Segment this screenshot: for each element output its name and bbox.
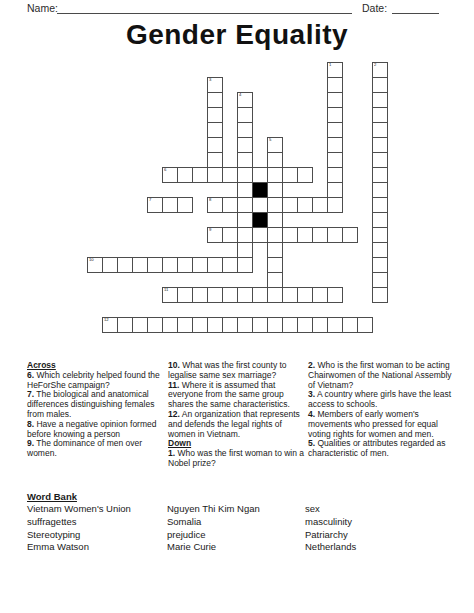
black-cell — [252, 212, 268, 228]
clue: 2. Who is the first woman to be acting C… — [308, 361, 461, 390]
grid-cell[interactable] — [297, 227, 313, 243]
grid-cell[interactable] — [372, 167, 388, 183]
grid-cell[interactable] — [282, 227, 298, 243]
grid-cell[interactable] — [267, 182, 283, 198]
grid-cell[interactable]: 3 — [207, 77, 223, 93]
grid-cell[interactable] — [267, 257, 283, 273]
clue-number: 6 — [164, 168, 166, 172]
word-bank-item: sex — [305, 503, 356, 516]
grid-cell[interactable] — [237, 242, 253, 258]
word-bank-column: sexmasculinityPatriarchyNetherlands — [305, 503, 356, 554]
grid-cell[interactable] — [237, 212, 253, 228]
grid-cell[interactable]: 8 — [207, 197, 223, 213]
clue-number-label: 7. — [27, 389, 34, 399]
grid-cell[interactable] — [237, 257, 253, 273]
grid-cell[interactable] — [102, 257, 118, 273]
grid-cell[interactable] — [297, 287, 313, 303]
grid-cell[interactable] — [282, 317, 298, 333]
date-label: Date: — [362, 2, 387, 14]
word-bank-item: Netherlands — [305, 541, 356, 554]
grid-cell[interactable] — [267, 167, 283, 183]
grid-cell[interactable] — [372, 152, 388, 168]
grid-cell[interactable] — [297, 317, 313, 333]
grid-cell[interactable] — [237, 152, 253, 168]
clue-number: 3 — [209, 78, 211, 82]
clue: 7. The biological and anatomical differe… — [27, 390, 165, 419]
grid-cell[interactable]: 2 — [372, 62, 388, 78]
black-cell — [252, 182, 268, 198]
clue-number: 1 — [329, 63, 331, 67]
grid-cell[interactable] — [252, 197, 268, 213]
grid-cell[interactable] — [267, 197, 283, 213]
grid-cell[interactable] — [372, 77, 388, 93]
grid-cell[interactable] — [177, 167, 193, 183]
grid-cell[interactable] — [252, 317, 268, 333]
grid-cell[interactable] — [312, 287, 328, 303]
grid-cell[interactable] — [222, 197, 238, 213]
grid-cell[interactable] — [252, 227, 268, 243]
grid-cell[interactable] — [372, 107, 388, 123]
grid-cell[interactable] — [177, 287, 193, 303]
grid-cell[interactable] — [207, 257, 223, 273]
grid-cell[interactable] — [327, 137, 343, 153]
grid-cell[interactable] — [327, 107, 343, 123]
clues-column-down: 2. Who is the first woman to be acting C… — [308, 361, 461, 459]
word-bank-item: Patriarchy — [305, 529, 356, 542]
grid-cell[interactable] — [297, 197, 313, 213]
grid-cell[interactable] — [372, 92, 388, 108]
grid-cell[interactable] — [252, 287, 268, 303]
grid-cell[interactable] — [327, 167, 343, 183]
clue-number-label: 10. — [168, 360, 180, 370]
clue-number: 10 — [89, 258, 94, 262]
clue-number: 7 — [149, 198, 151, 202]
grid-cell[interactable] — [237, 107, 253, 123]
grid-cell[interactable]: 6 — [162, 167, 178, 183]
grid-cell[interactable] — [372, 197, 388, 213]
word-bank-item: Somalia — [167, 516, 260, 529]
grid-cell[interactable] — [372, 122, 388, 138]
grid-cell[interactable] — [222, 227, 238, 243]
grid-cell[interactable] — [132, 317, 148, 333]
grid-cell[interactable] — [237, 182, 253, 198]
grid-cell[interactable] — [192, 287, 208, 303]
clue: 11. Where it is assumed that everyone fr… — [168, 381, 311, 410]
grid-cell[interactable] — [162, 197, 178, 213]
clue-number-label: 12. — [168, 409, 180, 419]
grid-cell[interactable] — [327, 122, 343, 138]
grid-cell[interactable]: 7 — [147, 197, 163, 213]
clue-number: 8 — [209, 198, 211, 202]
grid-cell[interactable] — [372, 182, 388, 198]
grid-cell[interactable] — [237, 137, 253, 153]
grid-cell[interactable]: 10 — [87, 257, 103, 273]
grid-cell[interactable]: 12 — [102, 317, 118, 333]
grid-cell[interactable] — [222, 257, 238, 273]
word-bank-item: Emma Watson — [27, 541, 131, 554]
grid-cell[interactable] — [282, 287, 298, 303]
clue-number-label: 5. — [308, 438, 315, 448]
clue-number-label: 6. — [27, 370, 34, 380]
clue-number-label: 2. — [308, 360, 315, 370]
grid-cell[interactable]: 5 — [267, 137, 283, 153]
grid-cell[interactable] — [327, 92, 343, 108]
grid-cell[interactable] — [327, 227, 343, 243]
grid-cell[interactable] — [372, 287, 388, 303]
grid-cell[interactable] — [312, 197, 328, 213]
grid-cell[interactable] — [192, 167, 208, 183]
word-bank-heading: Word Bank — [27, 491, 77, 502]
grid-cell[interactable] — [372, 227, 388, 243]
clue: 4. Members of early women's movements wh… — [308, 410, 461, 439]
grid-cell[interactable] — [282, 197, 298, 213]
clue-number: 4 — [239, 93, 241, 97]
grid-cell[interactable] — [372, 137, 388, 153]
word-bank-item: Stereotyping — [27, 529, 131, 542]
grid-cell[interactable] — [177, 317, 193, 333]
grid-cell[interactable] — [252, 167, 268, 183]
grid-cell[interactable] — [132, 257, 148, 273]
grid-cell[interactable] — [207, 317, 223, 333]
word-bank-item: Vietnam Women's Union — [27, 503, 131, 516]
word-bank-item: Nguyen Thi Kim Ngan — [167, 503, 260, 516]
grid-cell[interactable] — [267, 287, 283, 303]
grid-cell[interactable] — [207, 92, 223, 108]
name-label: Name: — [27, 2, 58, 14]
name-blank-line[interactable] — [57, 1, 352, 14]
word-bank-column: Vietnam Women's UnionsuffragettesStereot… — [27, 503, 131, 554]
grid-cell[interactable] — [327, 77, 343, 93]
grid-cell[interactable] — [342, 227, 358, 243]
grid-cell[interactable] — [207, 152, 223, 168]
grid-cell[interactable] — [327, 182, 343, 198]
clue: 8. Have a negative opinion formed before… — [27, 420, 165, 440]
clue-number-label: 4. — [308, 409, 315, 419]
page-title: Gender Equality — [0, 19, 474, 51]
clue-number-label: 11. — [168, 380, 179, 390]
clue-number: 9 — [209, 228, 211, 232]
grid-cell[interactable] — [207, 137, 223, 153]
grid-cell[interactable] — [177, 197, 193, 213]
clue-number-label: 1. — [168, 448, 175, 458]
clue-number-label: 9. — [27, 438, 34, 448]
grid-cell[interactable] — [267, 317, 283, 333]
grid-cell[interactable] — [267, 242, 283, 258]
grid-cell[interactable] — [177, 257, 193, 273]
clue: 1. Who was the first woman to win a Nobe… — [168, 449, 311, 469]
grid-cell[interactable] — [372, 257, 388, 273]
clue-number: 5 — [269, 138, 271, 142]
grid-cell[interactable] — [237, 287, 253, 303]
clue-number: 12 — [104, 318, 109, 322]
grid-cell[interactable] — [327, 152, 343, 168]
grid-cell[interactable] — [357, 317, 373, 333]
grid-cell[interactable]: 11 — [162, 287, 178, 303]
grid-cell[interactable]: 9 — [207, 227, 223, 243]
grid-cell[interactable] — [267, 152, 283, 168]
word-bank-item: prejudice — [167, 529, 260, 542]
word-bank-item: Marie Curie — [167, 541, 260, 554]
word-bank-item: masculinity — [305, 516, 356, 529]
grid-cell[interactable] — [282, 167, 298, 183]
word-bank-column: Nguyen Thi Kim NganSomaliaprejudiceMarie… — [167, 503, 260, 554]
grid-cell[interactable]: 4 — [237, 92, 253, 108]
clue-number: 2 — [374, 63, 376, 67]
grid-cell[interactable] — [327, 197, 343, 213]
grid-cell[interactable] — [267, 212, 283, 228]
grid-cell[interactable] — [342, 317, 358, 333]
grid-cell[interactable] — [237, 167, 253, 183]
grid-cell[interactable] — [117, 257, 133, 273]
date-blank-line[interactable] — [392, 1, 439, 14]
clue: 12. An organization that represents and … — [168, 410, 311, 439]
grid-cell[interactable] — [237, 317, 253, 333]
grid-cell[interactable] — [237, 122, 253, 138]
clues-column-middle: 10. What was the first county to legalis… — [168, 361, 311, 469]
grid-cell[interactable] — [372, 212, 388, 228]
word-bank-item: suffragettes — [27, 516, 131, 529]
grid-cell[interactable] — [312, 317, 328, 333]
grid-cell[interactable] — [297, 167, 313, 183]
grid-cell[interactable] — [327, 317, 343, 333]
grid-cell[interactable] — [147, 257, 163, 273]
crossword-grid: 123456789101112 — [87, 62, 388, 333]
grid-cell[interactable]: 1 — [327, 62, 343, 78]
grid-cell[interactable] — [207, 167, 223, 183]
clue: 9. The dominance of men over women. — [27, 439, 165, 459]
grid-cell[interactable] — [207, 122, 223, 138]
grid-cell[interactable] — [312, 227, 328, 243]
clue-number: 11 — [164, 288, 168, 292]
grid-cell[interactable] — [222, 287, 238, 303]
grid-cell[interactable] — [372, 242, 388, 258]
grid-cell[interactable] — [267, 272, 283, 288]
grid-cell[interactable] — [207, 287, 223, 303]
grid-cell[interactable] — [162, 317, 178, 333]
grid-cell[interactable] — [327, 287, 343, 303]
grid-cell[interactable] — [237, 197, 253, 213]
clue-number-label: 3. — [308, 389, 315, 399]
grid-cell[interactable] — [117, 317, 133, 333]
grid-cell[interactable] — [267, 227, 283, 243]
grid-cell[interactable] — [237, 227, 253, 243]
grid-cell[interactable] — [147, 317, 163, 333]
grid-cell[interactable] — [192, 317, 208, 333]
grid-cell[interactable] — [222, 317, 238, 333]
clues-column-across: Across6. Which celebrity helped found th… — [27, 361, 165, 459]
clue: 6. Which celebrity helped found the HeFo… — [27, 371, 165, 391]
grid-cell[interactable] — [192, 257, 208, 273]
clue-number-label: 8. — [27, 419, 34, 429]
clue: 10. What was the first county to legalis… — [168, 361, 311, 381]
grid-cell[interactable] — [222, 167, 238, 183]
clue: 3. A country where girls have the least … — [308, 390, 461, 410]
grid-cell[interactable] — [372, 272, 388, 288]
clue: 5. Qualities or attributes regarded as c… — [308, 439, 461, 459]
grid-cell[interactable] — [162, 257, 178, 273]
grid-cell[interactable] — [207, 107, 223, 123]
